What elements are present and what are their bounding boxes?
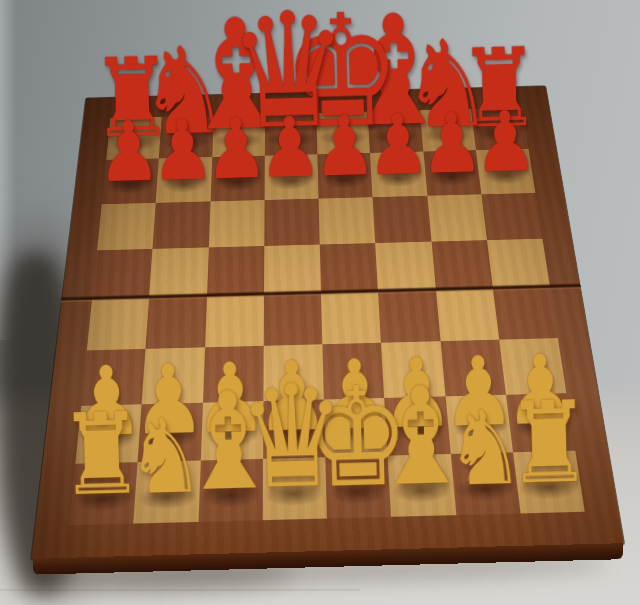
chess-board-scene: ♜♞♝♛♚♝♞♜♟♟♟♟♟♟♟♟♟♟♟♟♟♟♟♟♜♞♝♛♚♝♞♜ bbox=[55, 27, 586, 558]
piece-shadow bbox=[318, 129, 368, 146]
piece-shadow bbox=[376, 170, 420, 188]
piece-shadow bbox=[483, 167, 528, 185]
piece-yellow-rook-a1[interactable]: ♜ bbox=[57, 399, 145, 513]
piece-shadow bbox=[162, 175, 206, 193]
piece-shadow bbox=[430, 168, 475, 186]
piece-shadow bbox=[214, 131, 264, 148]
piece-shadow bbox=[474, 124, 526, 141]
piece-shadow bbox=[266, 130, 316, 147]
piece-shadow bbox=[109, 134, 160, 151]
piece-shadow bbox=[422, 126, 473, 143]
piece-shadow bbox=[270, 172, 313, 190]
chess-board: ♜♞♝♛♚♝♞♜♟♟♟♟♟♟♟♟♟♟♟♟♟♟♟♟♜♞♝♛♚♝♞♜ bbox=[31, 86, 624, 560]
piece-yellow-rook-h1[interactable]: ♜ bbox=[505, 387, 593, 501]
piece-shadow bbox=[216, 174, 259, 192]
piece-yellow-queen-d1[interactable]: ♛ bbox=[237, 366, 348, 510]
piece-shadow bbox=[161, 133, 211, 150]
piece-shadow bbox=[108, 177, 153, 195]
photo-background: ♜♞♝♛♚♝♞♜♟♟♟♟♟♟♟♟♟♟♟♟♟♟♟♟♜♞♝♛♚♝♞♜ bbox=[0, 0, 640, 605]
board-group: ♜♞♝♛♚♝♞♜♟♟♟♟♟♟♟♟♟♟♟♟♟♟♟♟♜♞♝♛♚♝♞♜ bbox=[0, 0, 640, 605]
piece-shadow bbox=[323, 171, 367, 189]
piece-shadow bbox=[370, 127, 420, 144]
